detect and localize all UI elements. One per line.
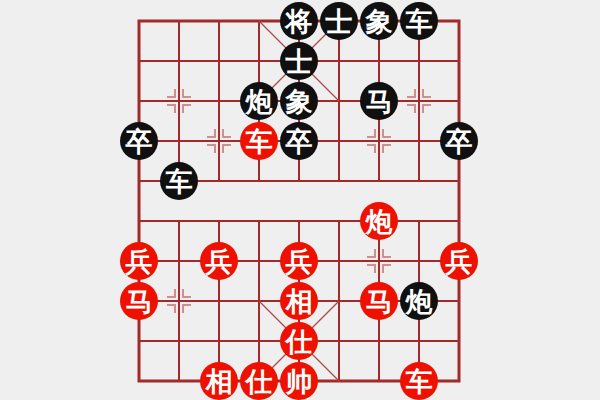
board-point-6-7: 马 (359, 281, 399, 321)
board-point-4-0: 将 (279, 1, 319, 41)
board-grid: 将士象车士炮象马卒车卒卒车炮兵兵兵兵马相马炮仕相仕帅车 (119, 1, 479, 400)
board-point-2-6: 兵 (199, 241, 239, 281)
piece-red-soldier[interactable]: 兵 (200, 242, 238, 280)
piece-black-soldier[interactable]: 卒 (440, 122, 478, 160)
board-point-3-9: 仕 (239, 361, 279, 400)
piece-black-advisor[interactable]: 士 (320, 2, 358, 40)
piece-red-elephant[interactable]: 相 (280, 282, 318, 320)
board-point-6-0: 象 (359, 1, 399, 41)
piece-red-soldier[interactable]: 兵 (280, 242, 318, 280)
piece-black-elephant[interactable]: 象 (280, 82, 318, 120)
board-point-6-5: 炮 (359, 201, 399, 241)
xiangqi-app: 将士象车士炮象马卒车卒卒车炮兵兵兵兵马相马炮仕相仕帅车 (0, 0, 600, 400)
board-point-0-3: 卒 (119, 121, 159, 161)
board-point-8-6: 兵 (439, 241, 479, 281)
piece-black-elephant[interactable]: 象 (360, 2, 398, 40)
board-point-4-1: 士 (279, 41, 319, 81)
board-point-0-7: 马 (119, 281, 159, 321)
piece-red-horse[interactable]: 马 (120, 282, 158, 320)
board-point-4-3: 卒 (279, 121, 319, 161)
piece-red-advisor[interactable]: 仕 (240, 362, 278, 400)
board-point-7-0: 车 (399, 1, 439, 41)
board-point-7-9: 车 (399, 361, 439, 400)
piece-black-advisor[interactable]: 士 (280, 42, 318, 80)
board-point-4-7: 相 (279, 281, 319, 321)
piece-black-cannon[interactable]: 炮 (240, 82, 278, 120)
board-point-4-6: 兵 (279, 241, 319, 281)
piece-black-soldier[interactable]: 卒 (280, 122, 318, 160)
piece-red-horse[interactable]: 马 (360, 282, 398, 320)
piece-red-soldier[interactable]: 兵 (440, 242, 478, 280)
piece-red-general[interactable]: 帅 (280, 362, 318, 400)
board-point-4-9: 帅 (279, 361, 319, 400)
board-point-0-6: 兵 (119, 241, 159, 281)
board-point-5-0: 士 (319, 1, 359, 41)
piece-red-chariot[interactable]: 车 (400, 362, 438, 400)
board-point-3-2: 炮 (239, 81, 279, 121)
board-point-6-2: 马 (359, 81, 399, 121)
piece-black-general[interactable]: 将 (280, 2, 318, 40)
piece-black-chariot[interactable]: 车 (160, 162, 198, 200)
board-point-4-8: 仕 (279, 321, 319, 361)
board-point-2-9: 相 (199, 361, 239, 400)
board-point-4-2: 象 (279, 81, 319, 121)
board-point-3-3: 车 (239, 121, 279, 161)
piece-red-elephant[interactable]: 相 (200, 362, 238, 400)
board-point-7-7: 炮 (399, 281, 439, 321)
piece-red-soldier[interactable]: 兵 (120, 242, 158, 280)
board-point-1-4: 车 (159, 161, 199, 201)
piece-black-soldier[interactable]: 卒 (120, 122, 158, 160)
piece-black-horse[interactable]: 马 (360, 82, 398, 120)
piece-black-chariot[interactable]: 车 (400, 2, 438, 40)
piece-red-chariot[interactable]: 车 (240, 122, 278, 160)
piece-black-cannon[interactable]: 炮 (400, 282, 438, 320)
board-point-8-3: 卒 (439, 121, 479, 161)
piece-red-advisor[interactable]: 仕 (280, 322, 318, 360)
piece-red-cannon[interactable]: 炮 (360, 202, 398, 240)
